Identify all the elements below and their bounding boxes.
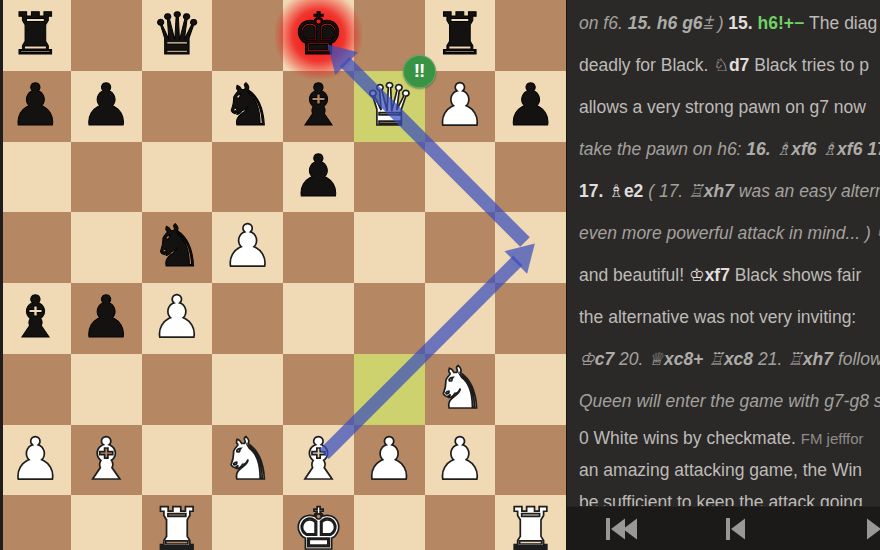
analysis-line: 17. ♗e2 ( 17. ♖xh7 was an easy alterna xyxy=(579,170,880,212)
square-d7[interactable]: ♞ xyxy=(212,71,283,142)
square-d6[interactable] xyxy=(212,142,283,213)
square-h5[interactable] xyxy=(495,212,566,283)
square-h2[interactable] xyxy=(495,425,566,496)
analysis-line: and beautiful! ♔xf7 Black shows fair xyxy=(579,254,880,296)
piece-white-pawn-g2[interactable]: ♟ xyxy=(425,425,496,496)
board-left-edge xyxy=(0,0,3,550)
move-token[interactable]: ♕xc8+ ♖xc8 xyxy=(648,349,758,369)
square-h8[interactable] xyxy=(495,0,566,71)
square-f4[interactable] xyxy=(354,283,425,354)
square-c7[interactable] xyxy=(142,71,213,142)
square-e4[interactable] xyxy=(283,283,354,354)
square-c2[interactable] xyxy=(142,425,213,496)
move-token[interactable]: 16. ♗xf6 ♗xf6 17. xyxy=(746,139,880,159)
analysis-line: ♔c7 20. ♕xc8+ ♖xc8 21. ♖xh7 followe xyxy=(579,338,880,380)
piece-white-rook-c1[interactable]: ♜ xyxy=(142,495,213,550)
comment-text: ( 17. xyxy=(648,181,688,201)
analysis-line: Queen will enter the game with g7-g8 so xyxy=(579,380,880,422)
comment-text: deadly for Black. xyxy=(579,55,713,75)
square-b2[interactable]: ♝ xyxy=(71,425,142,496)
chess-board: ♜♛♚♜♟♟♞♝♛♟♟♟♞♟♝♟♟♞♟♝♞♝♟♟♜♚♜ xyxy=(0,0,566,550)
piece-black-king-e8[interactable]: ♚ xyxy=(283,0,354,71)
analysis-line: take the pawn on h6: 16. ♗xf6 ♗xf6 17. xyxy=(579,128,880,170)
next-move-button[interactable] xyxy=(865,517,880,541)
step-forward-icon xyxy=(865,517,880,541)
square-a2[interactable]: ♟ xyxy=(0,425,71,496)
square-a3[interactable] xyxy=(0,354,71,425)
square-e6[interactable]: ♟ xyxy=(283,142,354,213)
move-token[interactable]: ♖xh7 xyxy=(787,349,838,369)
analysis-line: an amazing attacking game, the Win xyxy=(579,454,880,486)
comment-text: The diag xyxy=(809,13,877,33)
comment-text: take the pawn on h6: xyxy=(579,139,746,159)
square-f1[interactable] xyxy=(354,495,425,550)
piece-white-pawn-g7[interactable]: ♟ xyxy=(425,71,496,142)
skip-to-start-icon xyxy=(605,517,641,541)
move-token[interactable]: ♘ xyxy=(876,223,880,243)
square-h6[interactable] xyxy=(495,142,566,213)
square-b6[interactable] xyxy=(71,142,142,213)
piece-black-knight-d7[interactable]: ♞ xyxy=(212,71,283,142)
piece-white-knight-g3[interactable]: ♞ xyxy=(425,354,496,425)
analysis-line: the alternative was not very inviting: xyxy=(579,296,880,338)
step-back-icon xyxy=(725,517,747,541)
square-g1[interactable] xyxy=(425,495,496,550)
piece-black-pawn-a7[interactable]: ♟ xyxy=(0,71,71,142)
piece-white-pawn-f2[interactable]: ♟ xyxy=(354,425,425,496)
analysis-line: allows a very strong pawn on g7 now xyxy=(579,86,880,128)
comment-text: be sufficient to keep the attack going xyxy=(579,492,863,506)
piece-black-bishop-a4[interactable]: ♝ xyxy=(0,283,71,354)
comment-text: even more powerful attack in mind... ) xyxy=(579,223,876,243)
analysis-app: ♜♛♚♜♟♟♞♝♛♟♟♟♞♟♝♟♟♞♟♝♞♝♟♟♜♚♜ !! on f6. 15… xyxy=(0,0,880,550)
comment-text: the alternative was not very inviting: xyxy=(579,307,856,327)
square-b4[interactable]: ♟ xyxy=(71,283,142,354)
square-h3[interactable] xyxy=(495,354,566,425)
move-token[interactable]: ♔xf7 xyxy=(689,265,735,285)
square-d3[interactable] xyxy=(212,354,283,425)
piece-black-pawn-b4[interactable]: ♟ xyxy=(71,283,142,354)
comment-text: 0 White wins by checkmate. xyxy=(579,428,801,448)
move-token[interactable]: 15. h6 g6 xyxy=(628,13,703,33)
move-token[interactable]: ♘d7 xyxy=(713,55,754,75)
analysis-line: deadly for Black. ♘d7 Black tries to p xyxy=(579,44,880,86)
square-e2[interactable]: ♝ xyxy=(283,425,354,496)
piece-black-rook-g8[interactable]: ♜ xyxy=(425,0,496,71)
square-b7[interactable]: ♟ xyxy=(71,71,142,142)
comment-text: Queen will enter the game with g7-g8 so xyxy=(579,391,880,411)
piece-black-knight-c5[interactable]: ♞ xyxy=(142,212,213,283)
square-a7[interactable]: ♟ xyxy=(0,71,71,142)
square-b8[interactable] xyxy=(71,0,142,71)
square-d2[interactable]: ♞ xyxy=(212,425,283,496)
square-g7[interactable]: ♟ xyxy=(425,71,496,142)
square-f6[interactable] xyxy=(354,142,425,213)
first-move-button[interactable] xyxy=(605,517,641,541)
square-g3[interactable]: ♞ xyxy=(425,354,496,425)
analysis-line: be sufficient to keep the attack going xyxy=(579,486,880,506)
comment-text: on f6. xyxy=(579,13,628,33)
comment-text: 21. xyxy=(758,349,787,369)
comment-text: an amazing attacking game, the Win xyxy=(579,460,862,480)
square-a8[interactable]: ♜ xyxy=(0,0,71,71)
square-d1[interactable] xyxy=(212,495,283,550)
analysis-line: 0 White wins by checkmate. FM jefffor xyxy=(579,422,880,454)
square-b1[interactable] xyxy=(71,495,142,550)
square-d8[interactable] xyxy=(212,0,283,71)
square-e3[interactable] xyxy=(283,354,354,425)
piece-white-bishop-b2[interactable]: ♝ xyxy=(71,425,142,496)
move-token[interactable]: ♔c7 xyxy=(579,349,619,369)
square-c1[interactable]: ♜ xyxy=(142,495,213,550)
move-token[interactable]: ♖xh7 xyxy=(688,181,739,201)
piece-white-knight-d2[interactable]: ♞ xyxy=(212,425,283,496)
square-g2[interactable]: ♟ xyxy=(425,425,496,496)
move-token[interactable]: 17. ♗e2 xyxy=(579,181,648,201)
square-a4[interactable]: ♝ xyxy=(0,283,71,354)
piece-white-rook-h1[interactable]: ♜ xyxy=(495,495,566,550)
move-comment-list: on f6. 15. h6 g6⩲ ) 15. h6!+− The diagde… xyxy=(567,0,880,506)
comment-text: was an easy alterna xyxy=(739,181,880,201)
square-a1[interactable] xyxy=(0,495,71,550)
square-g8[interactable]: ♜ xyxy=(425,0,496,71)
square-f5[interactable] xyxy=(354,212,425,283)
playback-controls xyxy=(567,506,880,550)
comment-author: FM jefffor xyxy=(801,430,864,447)
square-d5[interactable]: ♟ xyxy=(212,212,283,283)
square-h7[interactable]: ♟ xyxy=(495,71,566,142)
comment-text: Black tries to p xyxy=(754,55,869,75)
piece-white-pawn-c4[interactable]: ♟ xyxy=(142,283,213,354)
comment-text: allows a very strong pawn on g7 now xyxy=(579,97,866,117)
comment-text: ⩲ ) xyxy=(703,13,729,33)
square-d4[interactable] xyxy=(212,283,283,354)
square-a6[interactable] xyxy=(0,142,71,213)
comment-text: followe xyxy=(838,349,880,369)
piece-white-pawn-a2[interactable]: ♟ xyxy=(0,425,71,496)
piece-black-pawn-b7[interactable]: ♟ xyxy=(71,71,142,142)
square-c4[interactable]: ♟ xyxy=(142,283,213,354)
piece-black-pawn-h7[interactable]: ♟ xyxy=(495,71,566,142)
piece-black-bishop-e7[interactable]: ♝ xyxy=(283,71,354,142)
comment-text: Black shows fair xyxy=(735,265,861,285)
piece-white-king-e1[interactable]: ♚ xyxy=(283,495,354,550)
piece-black-rook-a8[interactable]: ♜ xyxy=(0,0,71,71)
square-e1[interactable]: ♚ xyxy=(283,495,354,550)
square-b5[interactable] xyxy=(71,212,142,283)
square-h1[interactable]: ♜ xyxy=(495,495,566,550)
square-c8[interactable]: ♛ xyxy=(142,0,213,71)
square-g4[interactable] xyxy=(425,283,496,354)
analysis-panel: on f6. 15. h6 g6⩲ ) 15. h6!+− The diagde… xyxy=(566,0,880,550)
brilliant-move-badge: !! xyxy=(403,55,436,88)
board-area: ♜♛♚♜♟♟♞♝♛♟♟♟♞♟♝♟♟♞♟♝♞♝♟♟♜♚♜ !! xyxy=(0,0,566,550)
piece-white-bishop-e2[interactable]: ♝ xyxy=(283,425,354,496)
square-f2[interactable]: ♟ xyxy=(354,425,425,496)
square-e8[interactable]: ♚ xyxy=(283,0,354,71)
square-c3[interactable] xyxy=(142,354,213,425)
square-e5[interactable] xyxy=(283,212,354,283)
square-h4[interactable] xyxy=(495,283,566,354)
previous-move-button[interactable] xyxy=(725,517,747,541)
square-c5[interactable]: ♞ xyxy=(142,212,213,283)
comment-text: 20. xyxy=(619,349,648,369)
square-c6[interactable] xyxy=(142,142,213,213)
square-a5[interactable] xyxy=(0,212,71,283)
piece-black-queen-c8[interactable]: ♛ xyxy=(142,0,213,71)
square-e7[interactable]: ♝ xyxy=(283,71,354,142)
move-token[interactable]: 15. xyxy=(728,13,757,33)
square-g6[interactable] xyxy=(425,142,496,213)
square-f3[interactable] xyxy=(354,354,425,425)
move-token[interactable]: h6!+− xyxy=(758,13,810,33)
square-g5[interactable] xyxy=(425,212,496,283)
piece-white-pawn-d5[interactable]: ♟ xyxy=(212,212,283,283)
analysis-line: even more powerful attack in mind... ) ♘ xyxy=(579,212,880,254)
square-b3[interactable] xyxy=(71,354,142,425)
analysis-line: on f6. 15. h6 g6⩲ ) 15. h6!+− The diag xyxy=(579,2,880,44)
piece-black-pawn-e6[interactable]: ♟ xyxy=(283,142,354,213)
comment-text: and beautiful! xyxy=(579,265,689,285)
